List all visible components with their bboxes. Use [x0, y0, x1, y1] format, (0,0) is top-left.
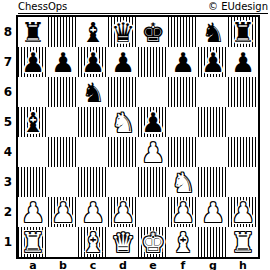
square-d4[interactable] [108, 137, 138, 167]
piece-white-king[interactable]: ♚ [138, 227, 168, 257]
rank-label-3: 3 [0, 167, 16, 197]
square-h2[interactable]: ♟ [228, 197, 258, 227]
square-d5[interactable]: ♞ [108, 107, 138, 137]
file-label-b: b [48, 261, 78, 270]
square-h4[interactable] [228, 137, 258, 167]
piece-white-bishop[interactable]: ♝ [78, 227, 108, 257]
copyright: © EUdesign [208, 1, 268, 13]
square-b2[interactable]: ♟ [48, 197, 78, 227]
square-a5[interactable]: ♝ [18, 107, 48, 137]
piece-black-pawn[interactable]: ♟ [228, 47, 258, 77]
piece-white-pawn[interactable]: ♟ [228, 197, 258, 227]
square-b6[interactable] [48, 77, 78, 107]
square-c4[interactable] [78, 137, 108, 167]
piece-white-knight[interactable]: ♞ [108, 107, 138, 137]
square-e7[interactable] [138, 47, 168, 77]
square-c5[interactable] [78, 107, 108, 137]
square-h1[interactable]: ♜ [228, 227, 258, 257]
chess-diagram: ChessOps © EUdesign 87654321 ♜♝♛♚♞♜♟♟♟♟♟… [0, 0, 270, 270]
square-f7[interactable]: ♟ [168, 47, 198, 77]
square-g5[interactable] [198, 107, 228, 137]
square-f4[interactable] [168, 137, 198, 167]
piece-black-rook[interactable]: ♜ [18, 17, 48, 47]
piece-white-rook[interactable]: ♜ [18, 227, 48, 257]
square-h6[interactable] [228, 77, 258, 107]
piece-white-rook[interactable]: ♜ [228, 227, 258, 257]
piece-white-pawn[interactable]: ♟ [108, 197, 138, 227]
square-a3[interactable] [18, 167, 48, 197]
header: ChessOps © EUdesign [18, 0, 268, 14]
piece-black-pawn[interactable]: ♟ [168, 47, 198, 77]
square-f1[interactable]: ♝ [168, 227, 198, 257]
square-f3[interactable]: ♞ [168, 167, 198, 197]
square-c6[interactable]: ♞ [78, 77, 108, 107]
file-label-g: g [198, 261, 228, 270]
square-b7[interactable]: ♟ [48, 47, 78, 77]
piece-white-pawn[interactable]: ♟ [78, 197, 108, 227]
file-label-e: e [138, 261, 168, 270]
square-h8[interactable]: ♜ [228, 17, 258, 47]
piece-black-pawn[interactable]: ♟ [108, 47, 138, 77]
square-f8[interactable] [168, 17, 198, 47]
piece-black-knight[interactable]: ♞ [78, 77, 108, 107]
piece-black-pawn[interactable]: ♟ [198, 47, 228, 77]
rank-label-5: 5 [0, 107, 16, 137]
square-a6[interactable] [18, 77, 48, 107]
rank-label-4: 4 [0, 137, 16, 167]
square-a7[interactable]: ♟ [18, 47, 48, 77]
rank-labels: 87654321 [0, 15, 16, 259]
square-e5[interactable]: ♟ [138, 107, 168, 137]
square-c7[interactable]: ♟ [78, 47, 108, 77]
file-label-c: c [78, 261, 108, 270]
square-c2[interactable]: ♟ [78, 197, 108, 227]
square-g6[interactable] [198, 77, 228, 107]
square-e3[interactable] [138, 167, 168, 197]
square-b5[interactable] [48, 107, 78, 137]
square-g8[interactable]: ♞ [198, 17, 228, 47]
piece-black-rook[interactable]: ♜ [228, 17, 258, 47]
square-g7[interactable]: ♟ [198, 47, 228, 77]
square-h3[interactable] [228, 167, 258, 197]
square-d7[interactable]: ♟ [108, 47, 138, 77]
rank-label-7: 7 [0, 47, 16, 77]
square-e6[interactable] [138, 77, 168, 107]
rank-label-2: 2 [0, 197, 16, 227]
file-label-d: d [108, 261, 138, 270]
square-e4[interactable]: ♟ [138, 137, 168, 167]
rank-label-8: 8 [0, 17, 16, 47]
piece-white-pawn[interactable]: ♟ [168, 197, 198, 227]
piece-white-pawn[interactable]: ♟ [198, 197, 228, 227]
rank-label-1: 1 [0, 227, 16, 257]
chess-board: ♜♝♛♚♞♜♟♟♟♟♟♟♟♞♝♞♟♟♞♟♟♟♟♟♟♟♜♝♛♚♝♜ [16, 15, 260, 259]
file-label-a: a [18, 261, 48, 270]
square-b8[interactable] [48, 17, 78, 47]
file-labels: abcdefgh [18, 261, 258, 270]
piece-black-queen[interactable]: ♛ [108, 17, 138, 47]
square-d6[interactable] [108, 77, 138, 107]
square-g3[interactable] [198, 167, 228, 197]
board-area: 87654321 ♜♝♛♚♞♜♟♟♟♟♟♟♟♞♝♞♟♟♞♟♟♟♟♟♟♟♜♝♛♚♝… [0, 15, 260, 259]
square-a2[interactable]: ♟ [18, 197, 48, 227]
square-a4[interactable] [18, 137, 48, 167]
piece-white-bishop[interactable]: ♝ [168, 227, 198, 257]
square-e2[interactable] [138, 197, 168, 227]
square-f2[interactable]: ♟ [168, 197, 198, 227]
piece-white-pawn[interactable]: ♟ [18, 197, 48, 227]
square-c3[interactable] [78, 167, 108, 197]
piece-black-king[interactable]: ♚ [138, 17, 168, 47]
square-a1[interactable]: ♜ [18, 227, 48, 257]
square-h5[interactable] [228, 107, 258, 137]
piece-black-pawn[interactable]: ♟ [138, 107, 168, 137]
square-d3[interactable] [108, 167, 138, 197]
square-b3[interactable] [48, 167, 78, 197]
square-h7[interactable]: ♟ [228, 47, 258, 77]
square-c1[interactable]: ♝ [78, 227, 108, 257]
square-b1[interactable] [48, 227, 78, 257]
square-d2[interactable]: ♟ [108, 197, 138, 227]
piece-black-pawn[interactable]: ♟ [78, 47, 108, 77]
piece-black-pawn[interactable]: ♟ [18, 47, 48, 77]
square-d8[interactable]: ♛ [108, 17, 138, 47]
square-g2[interactable]: ♟ [198, 197, 228, 227]
piece-black-pawn[interactable]: ♟ [48, 47, 78, 77]
app-title: ChessOps [18, 1, 67, 13]
square-f6[interactable] [168, 77, 198, 107]
file-label-h: h [228, 261, 258, 270]
square-d1[interactable]: ♛ [108, 227, 138, 257]
piece-white-pawn[interactable]: ♟ [138, 137, 168, 167]
rank-label-6: 6 [0, 77, 16, 107]
square-c8[interactable]: ♝ [78, 17, 108, 47]
piece-white-pawn[interactable]: ♟ [48, 197, 78, 227]
piece-black-knight[interactable]: ♞ [198, 17, 228, 47]
file-label-f: f [168, 261, 198, 270]
piece-white-queen[interactable]: ♛ [108, 227, 138, 257]
piece-black-bishop[interactable]: ♝ [78, 17, 108, 47]
square-e8[interactable]: ♚ [138, 17, 168, 47]
square-f5[interactable] [168, 107, 198, 137]
square-a8[interactable]: ♜ [18, 17, 48, 47]
square-b4[interactable] [48, 137, 78, 167]
piece-white-knight[interactable]: ♞ [168, 167, 198, 197]
square-g4[interactable] [198, 137, 228, 167]
piece-black-bishop[interactable]: ♝ [18, 107, 48, 137]
square-e1[interactable]: ♚ [138, 227, 168, 257]
square-g1[interactable] [198, 227, 228, 257]
